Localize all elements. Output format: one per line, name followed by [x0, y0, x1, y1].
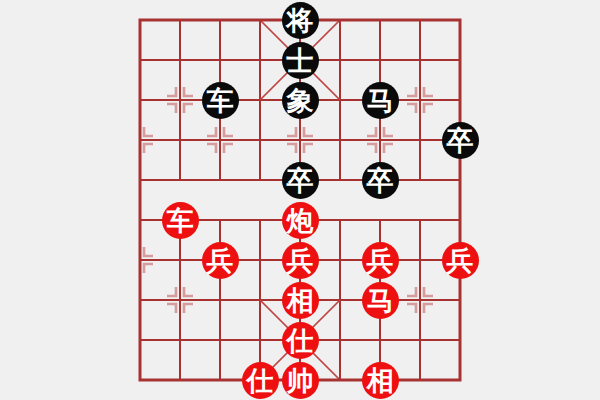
- board-grid: 将士车象马卒卒卒车炮兵兵兵兵相马仕仕帅相: [120, 0, 480, 400]
- piece-black-soldier[interactable]: 卒: [362, 162, 399, 199]
- piece-black-chariot[interactable]: 车: [202, 82, 239, 119]
- xiangqi-diagram: 将士车象马卒卒卒车炮兵兵兵兵相马仕仕帅相: [0, 0, 600, 400]
- piece-red-horse[interactable]: 马: [362, 282, 399, 319]
- piece-red-soldier[interactable]: 兵: [282, 242, 319, 279]
- piece-red-general[interactable]: 帅: [282, 362, 319, 399]
- piece-black-soldier[interactable]: 卒: [442, 122, 479, 159]
- piece-red-chariot[interactable]: 车: [162, 202, 199, 239]
- piece-red-soldier[interactable]: 兵: [442, 242, 479, 279]
- piece-red-advisor[interactable]: 仕: [242, 362, 279, 399]
- xiangqi-board: 将士车象马卒卒卒车炮兵兵兵兵相马仕仕帅相: [120, 0, 480, 400]
- piece-black-horse[interactable]: 马: [362, 82, 399, 119]
- piece-red-elephant[interactable]: 相: [282, 282, 319, 319]
- piece-red-cannon[interactable]: 炮: [282, 202, 319, 239]
- piece-red-soldier[interactable]: 兵: [202, 242, 239, 279]
- piece-red-soldier[interactable]: 兵: [362, 242, 399, 279]
- piece-black-general[interactable]: 将: [282, 2, 319, 39]
- piece-red-elephant[interactable]: 相: [362, 362, 399, 399]
- piece-black-soldier[interactable]: 卒: [282, 162, 319, 199]
- piece-red-advisor[interactable]: 仕: [282, 322, 319, 359]
- piece-black-elephant[interactable]: 象: [282, 82, 319, 119]
- piece-black-advisor[interactable]: 士: [282, 42, 319, 79]
